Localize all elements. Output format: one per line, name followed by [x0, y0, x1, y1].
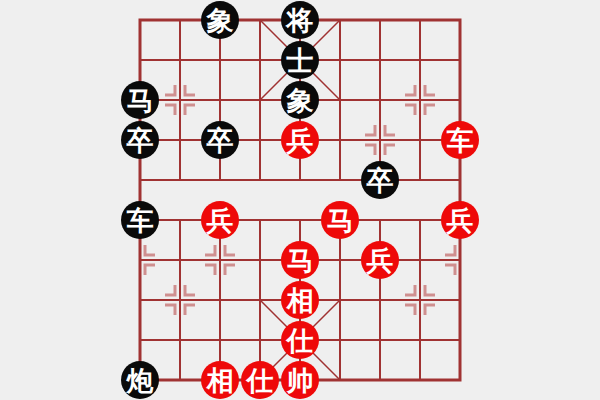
piece-black-pawn[interactable]: 卒: [201, 121, 239, 159]
piece-black-cannon[interactable]: 炮: [121, 361, 159, 399]
piece-black-elephant[interactable]: 象: [281, 81, 319, 119]
xiangqi-app: 象将士马象卒卒兵车卒车兵马兵马兵相仕炮相仕帅: [0, 0, 600, 400]
piece-black-chariot[interactable]: 车: [121, 201, 159, 239]
piece-black-general[interactable]: 将: [281, 1, 319, 39]
piece-red-pawn[interactable]: 兵: [201, 201, 239, 239]
piece-red-pawn[interactable]: 兵: [361, 241, 399, 279]
piece-red-elephant[interactable]: 相: [281, 281, 319, 319]
piece-red-horse[interactable]: 马: [281, 241, 319, 279]
piece-grid: 象将士马象卒卒兵车卒车兵马兵马兵相仕炮相仕帅: [120, 0, 480, 400]
piece-black-pawn[interactable]: 卒: [121, 121, 159, 159]
piece-red-pawn[interactable]: 兵: [441, 201, 479, 239]
piece-red-elephant[interactable]: 相: [201, 361, 239, 399]
piece-black-pawn[interactable]: 卒: [361, 161, 399, 199]
piece-black-horse[interactable]: 马: [121, 81, 159, 119]
piece-red-advisor[interactable]: 仕: [281, 321, 319, 359]
piece-red-chariot[interactable]: 车: [441, 121, 479, 159]
piece-red-horse[interactable]: 马: [321, 201, 359, 239]
piece-black-elephant[interactable]: 象: [201, 1, 239, 39]
piece-red-pawn[interactable]: 兵: [281, 121, 319, 159]
piece-red-advisor[interactable]: 仕: [241, 361, 279, 399]
piece-black-advisor[interactable]: 士: [281, 41, 319, 79]
piece-red-general[interactable]: 帅: [281, 361, 319, 399]
